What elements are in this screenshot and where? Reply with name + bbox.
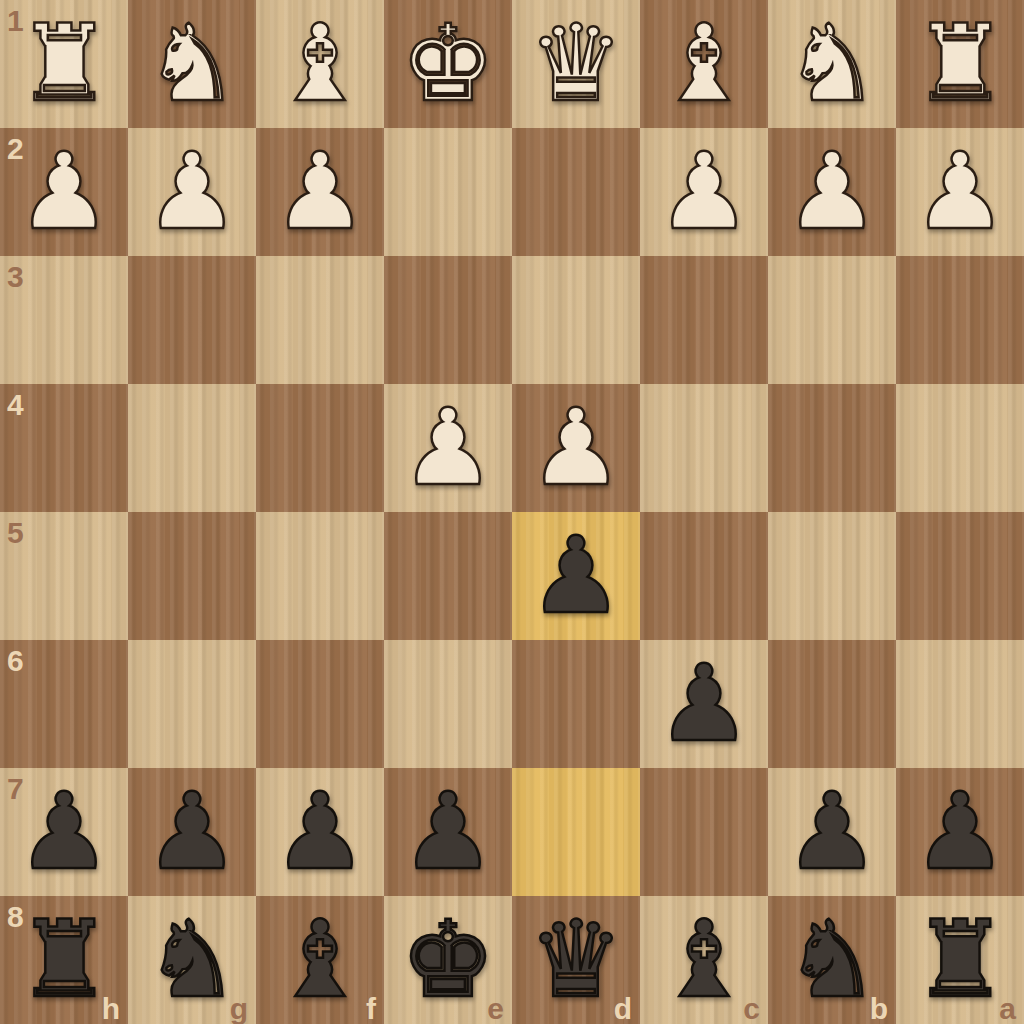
piece-black-pawn-icon[interactable]: ♟ [256,768,384,896]
square-a6[interactable] [896,640,1024,768]
square-a8[interactable]: ♜a [896,896,1024,1024]
square-f6[interactable] [256,640,384,768]
piece-black-pawn-icon[interactable]: ♟ [896,768,1024,896]
square-e3[interactable] [384,256,512,384]
rank-label-3: 3 [7,260,24,294]
piece-white-pawn-icon[interactable]: ♟ [384,384,512,512]
piece-white-rook-icon[interactable]: ♜ [896,0,1024,128]
square-h6[interactable]: 6 [0,640,128,768]
piece-white-pawn-icon[interactable]: ♟ [640,128,768,256]
square-c2[interactable]: ♟ [640,128,768,256]
square-a3[interactable] [896,256,1024,384]
piece-white-pawn-icon[interactable]: ♟ [768,128,896,256]
square-h2[interactable]: ♟2 [0,128,128,256]
piece-black-pawn-icon[interactable]: ♟ [0,768,128,896]
rank-label-4: 4 [7,388,24,422]
square-c1[interactable]: ♝ [640,0,768,128]
rank-label-5: 5 [7,516,24,550]
square-c7[interactable] [640,768,768,896]
square-e8[interactable]: ♚e [384,896,512,1024]
square-g4[interactable] [128,384,256,512]
piece-black-pawn-icon[interactable]: ♟ [128,768,256,896]
piece-black-pawn-icon[interactable]: ♟ [640,640,768,768]
square-b3[interactable] [768,256,896,384]
square-c8[interactable]: ♝c [640,896,768,1024]
square-e6[interactable] [384,640,512,768]
square-e7[interactable]: ♟ [384,768,512,896]
square-c5[interactable] [640,512,768,640]
square-d6[interactable] [512,640,640,768]
square-h7[interactable]: ♟7 [0,768,128,896]
square-b8[interactable]: ♞b [768,896,896,1024]
square-d1[interactable]: ♛ [512,0,640,128]
square-a2[interactable]: ♟ [896,128,1024,256]
square-c4[interactable] [640,384,768,512]
piece-white-pawn-icon[interactable]: ♟ [0,128,128,256]
piece-white-bishop-icon[interactable]: ♝ [256,0,384,128]
piece-white-knight-icon[interactable]: ♞ [768,0,896,128]
square-d4[interactable]: ♟ [512,384,640,512]
square-f5[interactable] [256,512,384,640]
piece-black-rook-icon[interactable]: ♜ [0,896,128,1024]
piece-white-pawn-icon[interactable]: ♟ [128,128,256,256]
piece-white-rook-icon[interactable]: ♜ [0,0,128,128]
square-d5[interactable]: ♟ [512,512,640,640]
square-f1[interactable]: ♝ [256,0,384,128]
piece-black-bishop-icon[interactable]: ♝ [640,896,768,1024]
square-e1[interactable]: ♚ [384,0,512,128]
piece-white-pawn-icon[interactable]: ♟ [896,128,1024,256]
piece-black-bishop-icon[interactable]: ♝ [256,896,384,1024]
square-b5[interactable] [768,512,896,640]
square-h5[interactable]: 5 [0,512,128,640]
square-g7[interactable]: ♟ [128,768,256,896]
square-g3[interactable] [128,256,256,384]
square-c3[interactable] [640,256,768,384]
piece-white-pawn-icon[interactable]: ♟ [256,128,384,256]
square-h3[interactable]: 3 [0,256,128,384]
piece-black-pawn-icon[interactable]: ♟ [768,768,896,896]
chess-board: ♜1♞♝♚♛♝♞♜♟2♟♟♟♟♟34♟♟5♟6♟♟7♟♟♟♟♟♜8h♞g♝f♚e… [0,0,1024,1024]
square-g1[interactable]: ♞ [128,0,256,128]
piece-black-knight-icon[interactable]: ♞ [128,896,256,1024]
piece-black-rook-icon[interactable]: ♜ [896,896,1024,1024]
square-a5[interactable] [896,512,1024,640]
piece-white-king-icon[interactable]: ♚ [384,0,512,128]
square-f7[interactable]: ♟ [256,768,384,896]
square-e5[interactable] [384,512,512,640]
piece-black-pawn-icon[interactable]: ♟ [512,512,640,640]
piece-white-bishop-icon[interactable]: ♝ [640,0,768,128]
square-g8[interactable]: ♞g [128,896,256,1024]
square-d7[interactable] [512,768,640,896]
square-h1[interactable]: ♜1 [0,0,128,128]
square-f3[interactable] [256,256,384,384]
piece-black-pawn-icon[interactable]: ♟ [384,768,512,896]
piece-white-knight-icon[interactable]: ♞ [128,0,256,128]
square-b6[interactable] [768,640,896,768]
square-b2[interactable]: ♟ [768,128,896,256]
piece-black-queen-icon[interactable]: ♛ [512,896,640,1024]
square-f8[interactable]: ♝f [256,896,384,1024]
square-e4[interactable]: ♟ [384,384,512,512]
square-a4[interactable] [896,384,1024,512]
square-g5[interactable] [128,512,256,640]
square-b1[interactable]: ♞ [768,0,896,128]
square-g2[interactable]: ♟ [128,128,256,256]
piece-black-knight-icon[interactable]: ♞ [768,896,896,1024]
piece-white-pawn-icon[interactable]: ♟ [512,384,640,512]
square-c6[interactable]: ♟ [640,640,768,768]
square-d2[interactable] [512,128,640,256]
square-b7[interactable]: ♟ [768,768,896,896]
square-h4[interactable]: 4 [0,384,128,512]
square-g6[interactable] [128,640,256,768]
square-f2[interactable]: ♟ [256,128,384,256]
square-h8[interactable]: ♜8h [0,896,128,1024]
piece-white-queen-icon[interactable]: ♛ [512,0,640,128]
square-d3[interactable] [512,256,640,384]
piece-black-king-icon[interactable]: ♚ [384,896,512,1024]
square-b4[interactable] [768,384,896,512]
rank-label-6: 6 [7,644,24,678]
square-f4[interactable] [256,384,384,512]
square-e2[interactable] [384,128,512,256]
square-a7[interactable]: ♟ [896,768,1024,896]
square-d8[interactable]: ♛d [512,896,640,1024]
square-a1[interactable]: ♜ [896,0,1024,128]
